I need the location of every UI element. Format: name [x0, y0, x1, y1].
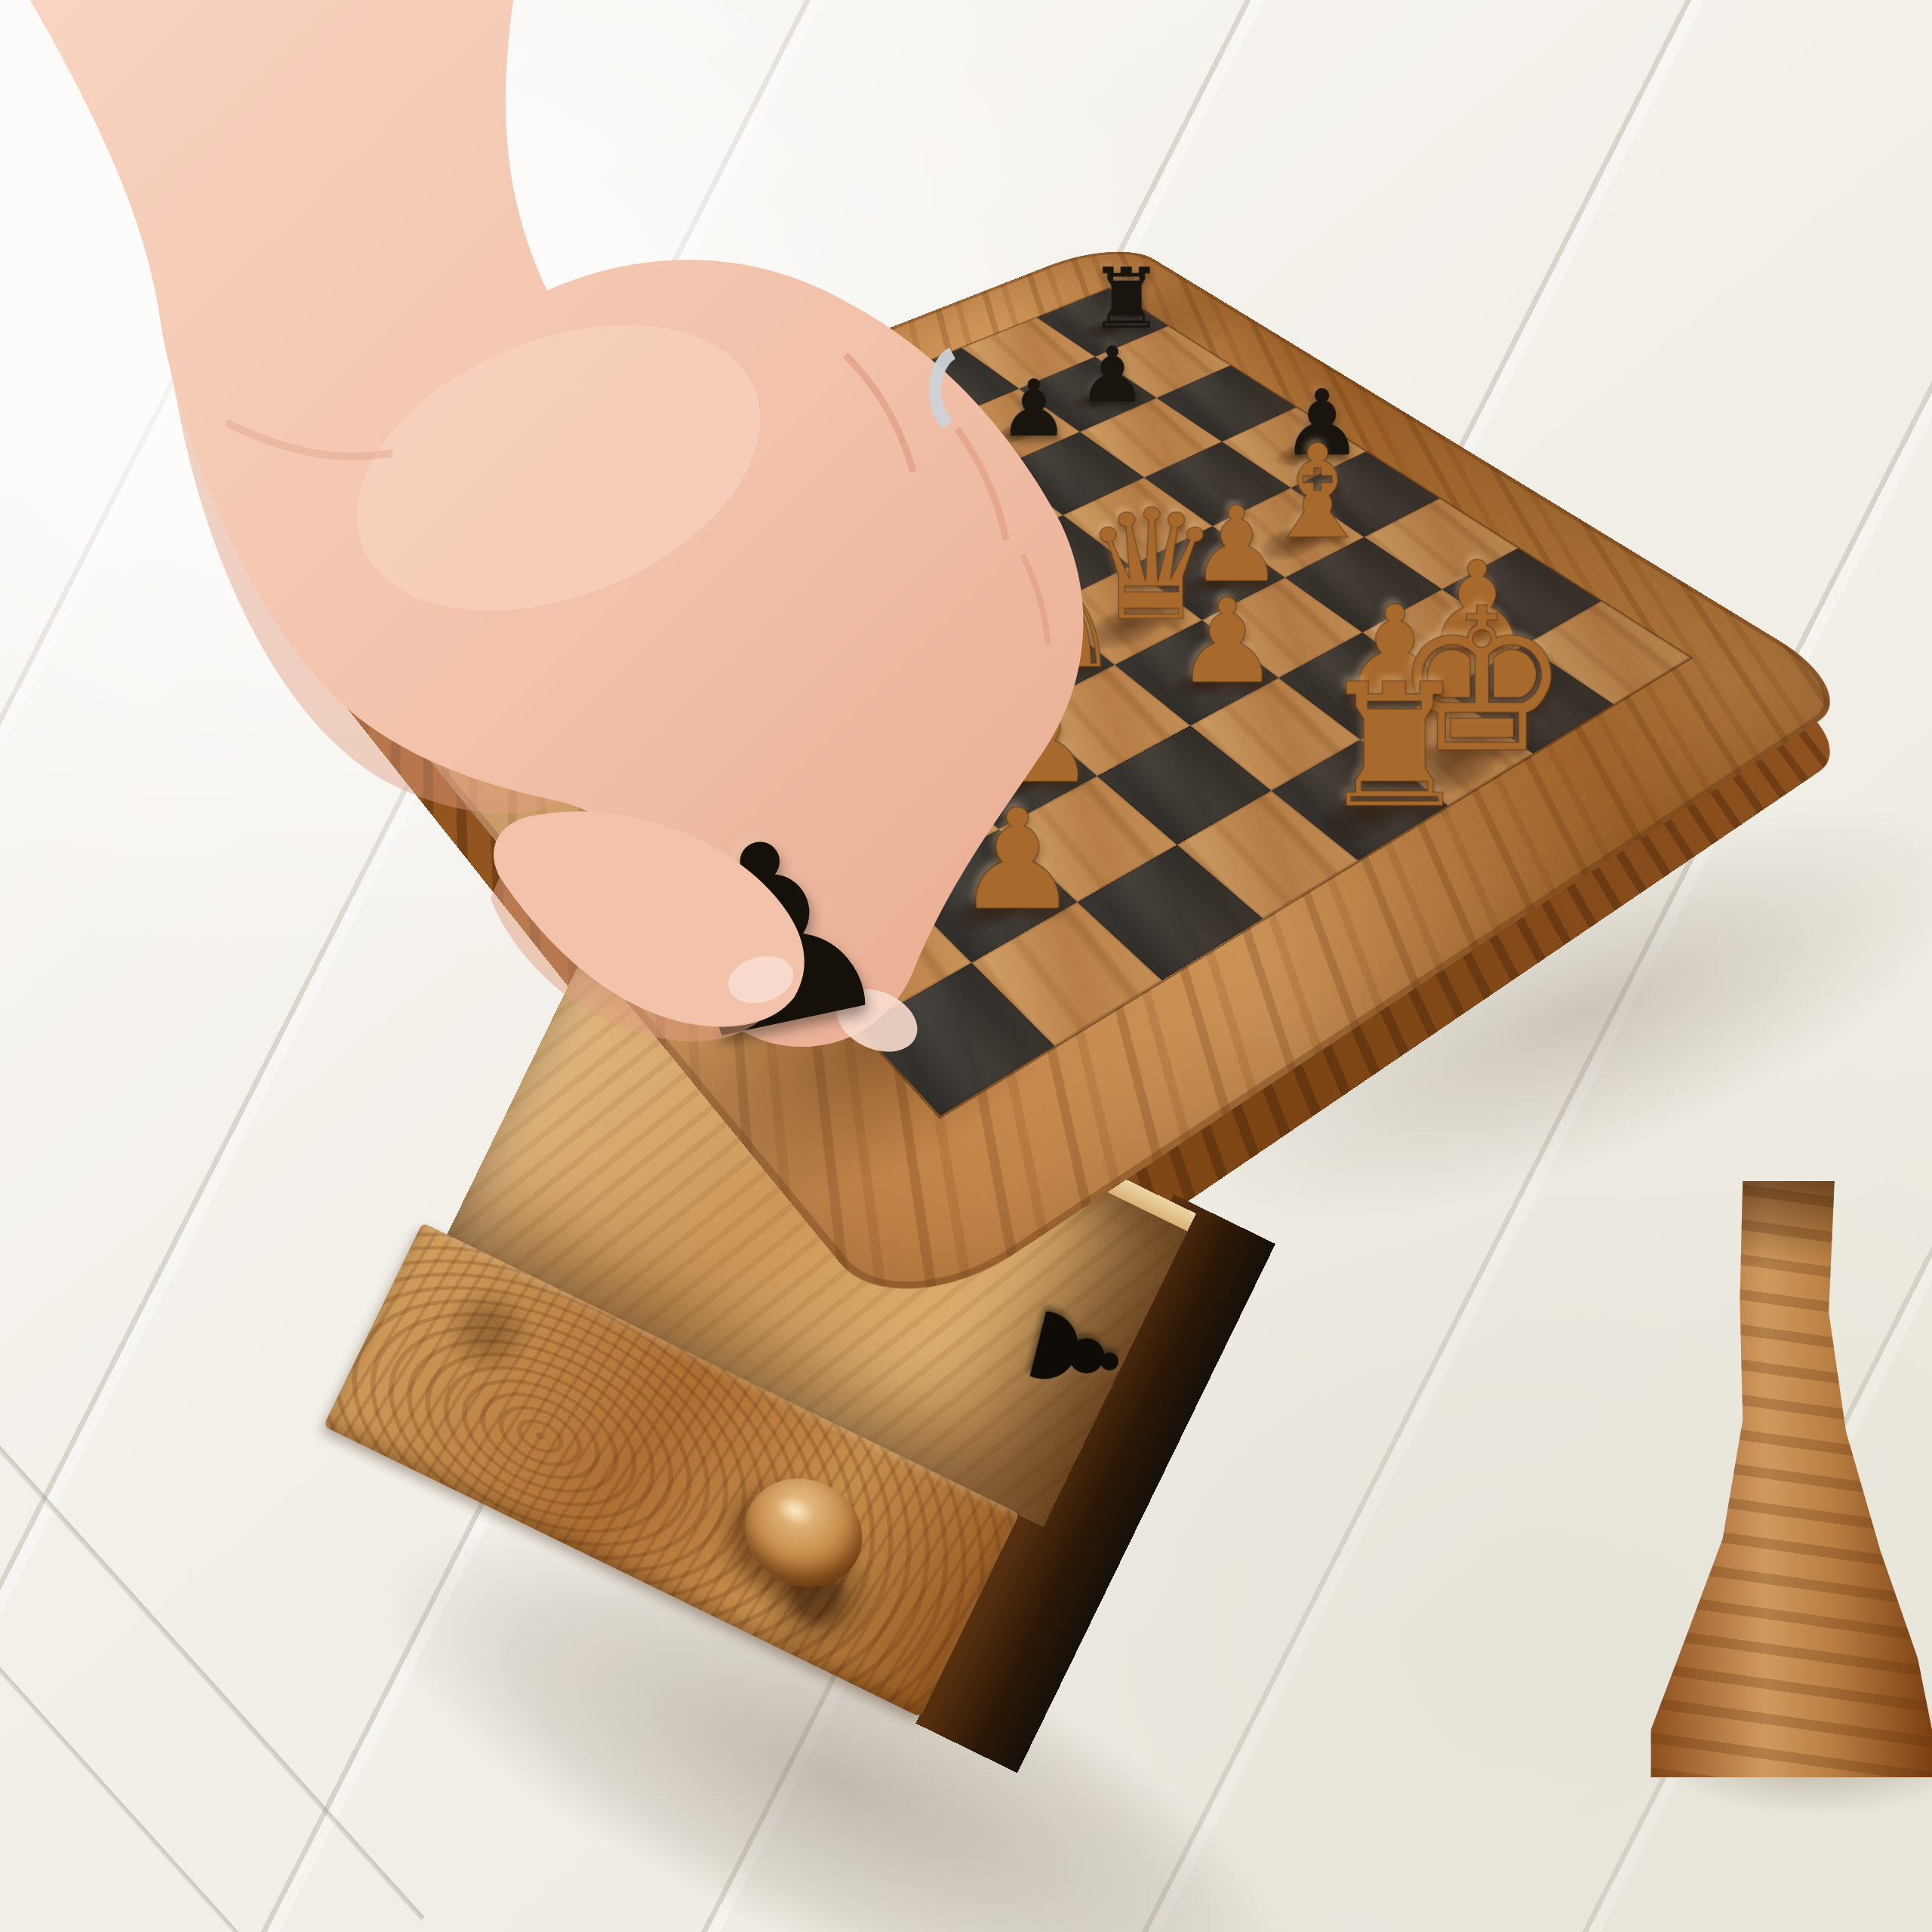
piece-white-rook[interactable]: ♜	[1318, 668, 1472, 826]
thumb	[0, 0, 1207, 1207]
scene: ♟♟ ♝♛♚♜♟♟♟♟♟♟♟♞♛♟♝♟♟♟♟♟♜♚ ♟	[0, 0, 1932, 1932]
